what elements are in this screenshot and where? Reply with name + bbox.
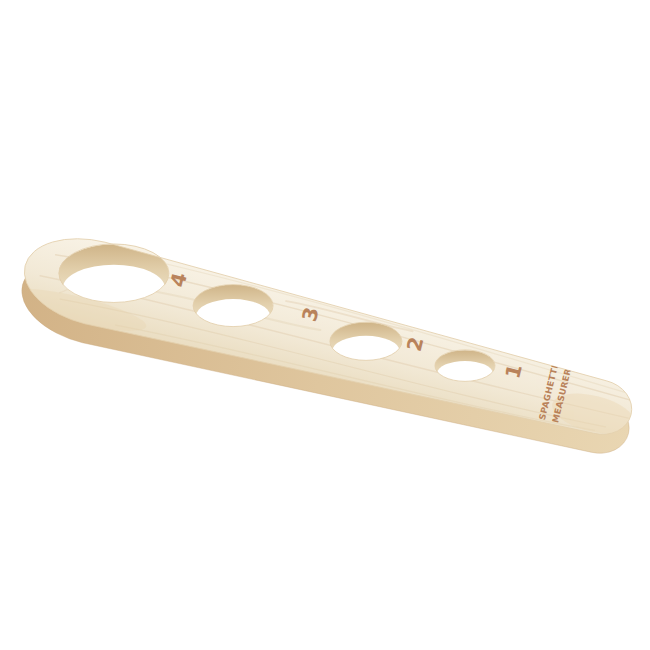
spaghetti-measurer: 4 3 2 1 SPAGHETTI MEASURER xyxy=(3,210,649,475)
measurer-illustration: 4 3 2 1 SPAGHETTI MEASURER xyxy=(0,0,650,650)
product-photo: 4 3 2 1 SPAGHETTI MEASURER xyxy=(0,0,650,650)
